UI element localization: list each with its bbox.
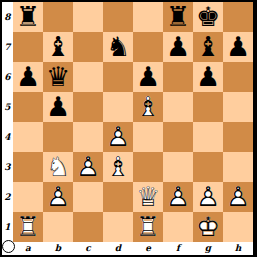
square-c5[interactable]	[73, 92, 103, 122]
white-pawn-piece: ♟	[163, 182, 193, 212]
square-c6[interactable]	[73, 62, 103, 92]
white-rook-piece: ♜	[133, 212, 163, 242]
square-g6[interactable]: ♟	[193, 62, 223, 92]
square-e6[interactable]: ♟	[133, 62, 163, 92]
square-h7[interactable]: ♟	[223, 32, 253, 62]
file-label-d: d	[103, 242, 133, 255]
white-king-piece: ♚	[193, 212, 223, 242]
white-pawn-piece: ♟	[43, 182, 73, 212]
square-g7[interactable]: ♝	[193, 32, 223, 62]
square-e8[interactable]	[133, 2, 163, 32]
square-f1[interactable]	[163, 212, 193, 242]
square-d3[interactable]: ♝	[103, 152, 133, 182]
square-b2[interactable]: ♟	[43, 182, 73, 212]
square-b6[interactable]: ♛	[43, 62, 73, 92]
square-h2[interactable]: ♟	[223, 182, 253, 212]
square-h1[interactable]	[223, 212, 253, 242]
square-b4[interactable]	[43, 122, 73, 152]
black-pawn-piece: ♟	[13, 62, 43, 92]
file-label-c: c	[73, 242, 103, 255]
square-b5[interactable]: ♟	[43, 92, 73, 122]
square-e5[interactable]: ♝	[133, 92, 163, 122]
square-d5[interactable]	[103, 92, 133, 122]
file-labels: abcdefgh	[13, 242, 253, 255]
square-d2[interactable]	[103, 182, 133, 212]
black-knight-piece: ♞	[103, 32, 133, 62]
square-a6[interactable]: ♟	[13, 62, 43, 92]
square-c4[interactable]	[73, 122, 103, 152]
black-pawn-piece: ♟	[163, 32, 193, 62]
square-g3[interactable]	[193, 152, 223, 182]
square-h8[interactable]	[223, 2, 253, 32]
square-e7[interactable]	[133, 32, 163, 62]
white-pawn-piece: ♟	[223, 182, 253, 212]
square-c2[interactable]	[73, 182, 103, 212]
file-label-a: a	[13, 242, 43, 255]
rank-label-1: 1	[2, 212, 13, 242]
rank-label-7: 7	[2, 32, 13, 62]
square-e3[interactable]	[133, 152, 163, 182]
white-pawn-piece: ♟	[193, 182, 223, 212]
square-d7[interactable]: ♞	[103, 32, 133, 62]
rank-label-8: 8	[2, 2, 13, 32]
square-d8[interactable]	[103, 2, 133, 32]
file-label-g: g	[193, 242, 223, 255]
square-c7[interactable]	[73, 32, 103, 62]
square-e1[interactable]: ♜	[133, 212, 163, 242]
black-pawn-piece: ♟	[43, 92, 73, 122]
black-bishop-piece: ♝	[193, 32, 223, 62]
black-queen-piece: ♛	[43, 62, 73, 92]
file-label-e: e	[133, 242, 163, 255]
chess-board: ♜♜♚♝♞♟♝♟♟♛♟♟♟♝♟♞♟♝♟♛♟♟♟♜♜♚	[13, 2, 253, 242]
square-f8[interactable]: ♜	[163, 2, 193, 32]
white-pawn-piece: ♟	[73, 152, 103, 182]
square-g1[interactable]: ♚	[193, 212, 223, 242]
black-bishop-piece: ♝	[43, 32, 73, 62]
square-f5[interactable]	[163, 92, 193, 122]
file-label-f: f	[163, 242, 193, 255]
square-g5[interactable]	[193, 92, 223, 122]
square-a4[interactable]	[13, 122, 43, 152]
square-g4[interactable]	[193, 122, 223, 152]
square-a3[interactable]	[13, 152, 43, 182]
square-f7[interactable]: ♟	[163, 32, 193, 62]
square-e2[interactable]: ♛	[133, 182, 163, 212]
black-rook-piece: ♜	[13, 2, 43, 32]
white-pawn-piece: ♟	[103, 122, 133, 152]
white-bishop-piece: ♝	[133, 92, 163, 122]
square-a1[interactable]: ♜	[13, 212, 43, 242]
chess-diagram: 87654321 ♜♜♚♝♞♟♝♟♟♛♟♟♟♝♟♞♟♝♟♛♟♟♟♜♜♚ abcd…	[0, 0, 257, 257]
square-d6[interactable]	[103, 62, 133, 92]
black-king-piece: ♚	[193, 2, 223, 32]
black-rook-piece: ♜	[163, 2, 193, 32]
white-rook-piece: ♜	[13, 212, 43, 242]
rank-label-2: 2	[2, 182, 13, 212]
square-b7[interactable]: ♝	[43, 32, 73, 62]
square-c8[interactable]	[73, 2, 103, 32]
square-c3[interactable]: ♟	[73, 152, 103, 182]
square-h3[interactable]	[223, 152, 253, 182]
rank-label-4: 4	[2, 122, 13, 152]
square-e4[interactable]	[133, 122, 163, 152]
white-to-move-icon	[2, 240, 15, 253]
square-b8[interactable]	[43, 2, 73, 32]
square-b1[interactable]	[43, 212, 73, 242]
rank-label-5: 5	[2, 92, 13, 122]
rank-labels: 87654321	[2, 2, 13, 242]
black-pawn-piece: ♟	[223, 32, 253, 62]
square-d1[interactable]	[103, 212, 133, 242]
square-a2[interactable]	[13, 182, 43, 212]
white-bishop-piece: ♝	[103, 152, 133, 182]
square-h5[interactable]	[223, 92, 253, 122]
square-f6[interactable]	[163, 62, 193, 92]
square-h4[interactable]	[223, 122, 253, 152]
white-queen-piece: ♛	[133, 182, 163, 212]
black-pawn-piece: ♟	[193, 62, 223, 92]
square-a8[interactable]: ♜	[13, 2, 43, 32]
file-label-b: b	[43, 242, 73, 255]
square-a5[interactable]	[13, 92, 43, 122]
square-c1[interactable]	[73, 212, 103, 242]
rank-label-6: 6	[2, 62, 13, 92]
square-f2[interactable]: ♟	[163, 182, 193, 212]
square-g2[interactable]: ♟	[193, 182, 223, 212]
square-a7[interactable]	[13, 32, 43, 62]
rank-label-3: 3	[2, 152, 13, 182]
square-d4[interactable]: ♟	[103, 122, 133, 152]
square-g8[interactable]: ♚	[193, 2, 223, 32]
black-pawn-piece: ♟	[133, 62, 163, 92]
square-f4[interactable]	[163, 122, 193, 152]
square-f3[interactable]	[163, 152, 193, 182]
square-b3[interactable]: ♞	[43, 152, 73, 182]
file-label-h: h	[223, 242, 253, 255]
square-h6[interactable]	[223, 62, 253, 92]
white-knight-piece: ♞	[43, 152, 73, 182]
